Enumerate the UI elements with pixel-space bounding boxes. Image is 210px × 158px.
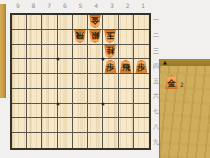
board-square[interactable] bbox=[27, 59, 42, 74]
rank-label: 一 bbox=[152, 13, 160, 28]
board-square[interactable] bbox=[119, 104, 134, 119]
file-label: 6 bbox=[57, 1, 73, 11]
board-square[interactable] bbox=[58, 30, 73, 45]
piece-gote-4一[interactable]: 金 bbox=[89, 15, 101, 28]
board-square[interactable] bbox=[12, 45, 27, 60]
piece-kanji: 桂 bbox=[105, 45, 116, 55]
board-square[interactable] bbox=[12, 133, 27, 148]
piece-kanji: 飛 bbox=[120, 62, 131, 72]
board-square[interactable] bbox=[73, 45, 88, 60]
board-square[interactable] bbox=[88, 89, 103, 104]
board-square[interactable] bbox=[88, 118, 103, 133]
board-square[interactable] bbox=[27, 45, 42, 60]
board-square[interactable] bbox=[58, 118, 73, 133]
board-square[interactable] bbox=[12, 59, 27, 74]
sente-hand-panel: ▲ 金 2 bbox=[159, 59, 210, 158]
board-square[interactable] bbox=[103, 104, 118, 119]
board-square[interactable] bbox=[42, 30, 57, 45]
piece-gote-3二[interactable]: 玉 bbox=[104, 30, 116, 43]
board-square[interactable] bbox=[58, 104, 73, 119]
file-labels: 987654321 bbox=[10, 1, 151, 11]
file-label: 8 bbox=[26, 1, 42, 11]
board-square[interactable] bbox=[12, 15, 27, 30]
board-square[interactable] bbox=[12, 30, 27, 45]
board-square[interactable] bbox=[12, 104, 27, 119]
board-square[interactable] bbox=[103, 89, 118, 104]
board-square[interactable] bbox=[134, 30, 149, 45]
board-square[interactable] bbox=[58, 59, 73, 74]
board-square[interactable] bbox=[103, 118, 118, 133]
board-square[interactable] bbox=[103, 74, 118, 89]
board-square[interactable] bbox=[42, 104, 57, 119]
board-square[interactable] bbox=[134, 45, 149, 60]
piece-gote-5二[interactable]: 飛 bbox=[74, 30, 86, 43]
sente-hand-piece-gold[interactable]: 金 2 bbox=[165, 75, 210, 89]
board-square[interactable] bbox=[73, 59, 88, 74]
board-square[interactable]: 飛 bbox=[119, 59, 134, 74]
board-square[interactable] bbox=[27, 133, 42, 148]
piece-kanji: 飛 bbox=[74, 31, 85, 41]
board-square[interactable] bbox=[134, 133, 149, 148]
board-square[interactable] bbox=[27, 74, 42, 89]
board-square[interactable] bbox=[73, 133, 88, 148]
piece-gote-3三[interactable]: 桂 bbox=[104, 45, 116, 58]
board-square[interactable] bbox=[42, 45, 57, 60]
rank-label: 二 bbox=[152, 28, 160, 43]
hand-piece-gold-count: 2 bbox=[180, 81, 184, 89]
board-square[interactable] bbox=[27, 15, 42, 30]
board-square[interactable]: 飛 bbox=[73, 30, 88, 45]
piece-gote-4二[interactable]: 銀 bbox=[89, 30, 101, 43]
board-square[interactable] bbox=[73, 104, 88, 119]
board-square[interactable] bbox=[27, 89, 42, 104]
piece-sente-2四[interactable]: 飛 bbox=[120, 60, 132, 73]
board-square[interactable] bbox=[119, 133, 134, 148]
board-square[interactable] bbox=[73, 89, 88, 104]
file-label: 4 bbox=[88, 1, 104, 11]
hoshi-dot bbox=[56, 102, 59, 105]
board-square[interactable]: 玉 bbox=[103, 30, 118, 45]
board-square[interactable] bbox=[27, 104, 42, 119]
board-square[interactable] bbox=[119, 118, 134, 133]
gote-hand-panel-edge bbox=[0, 4, 6, 98]
sente-hand-header: ▲ bbox=[160, 59, 210, 66]
board-square[interactable] bbox=[58, 133, 73, 148]
file-label: 2 bbox=[120, 1, 136, 11]
board-square[interactable] bbox=[73, 74, 88, 89]
piece-kanji: 銀 bbox=[90, 31, 101, 41]
rank-label: 三 bbox=[152, 43, 160, 58]
board-square[interactable] bbox=[12, 89, 27, 104]
piece-kanji: 歩 bbox=[136, 62, 147, 72]
board-square[interactable] bbox=[88, 104, 103, 119]
board-square[interactable] bbox=[134, 15, 149, 30]
board-square[interactable] bbox=[119, 15, 134, 30]
board-square[interactable]: 金 bbox=[88, 15, 103, 30]
board-square[interactable] bbox=[42, 74, 57, 89]
board-square[interactable] bbox=[12, 118, 27, 133]
board-square[interactable] bbox=[88, 74, 103, 89]
board-square[interactable]: 桂 bbox=[103, 45, 118, 60]
hoshi-dot bbox=[102, 58, 105, 61]
file-label: 7 bbox=[41, 1, 57, 11]
file-label: 5 bbox=[73, 1, 89, 11]
board-square[interactable] bbox=[119, 45, 134, 60]
piece-kanji: 玉 bbox=[105, 31, 116, 41]
board-square[interactable]: 歩 bbox=[103, 59, 118, 74]
board-square[interactable] bbox=[134, 74, 149, 89]
board-square[interactable] bbox=[27, 30, 42, 45]
board-square[interactable]: 銀 bbox=[88, 30, 103, 45]
board-square[interactable] bbox=[58, 74, 73, 89]
board-square[interactable] bbox=[58, 89, 73, 104]
board-square[interactable] bbox=[58, 45, 73, 60]
board-square[interactable] bbox=[88, 133, 103, 148]
hoshi-dot bbox=[102, 102, 105, 105]
board-square[interactable] bbox=[42, 59, 57, 74]
board-square[interactable] bbox=[134, 104, 149, 119]
board-square[interactable] bbox=[119, 74, 134, 89]
board-square[interactable] bbox=[58, 15, 73, 30]
board-square[interactable] bbox=[42, 89, 57, 104]
piece-sente-3四[interactable]: 歩 bbox=[104, 60, 116, 73]
board-square[interactable] bbox=[73, 118, 88, 133]
board-square[interactable] bbox=[27, 118, 42, 133]
file-label: 1 bbox=[135, 1, 151, 11]
board-square[interactable] bbox=[42, 118, 57, 133]
hoshi-dot bbox=[56, 58, 59, 61]
board-square[interactable] bbox=[42, 133, 57, 148]
board-square[interactable] bbox=[73, 15, 88, 30]
board-square[interactable] bbox=[88, 59, 103, 74]
board-square[interactable]: 歩 bbox=[134, 59, 149, 74]
piece-kanji: 歩 bbox=[105, 62, 116, 72]
board-square[interactable] bbox=[88, 45, 103, 60]
board-square[interactable] bbox=[103, 133, 118, 148]
piece-sente-1四[interactable]: 歩 bbox=[135, 60, 147, 73]
sente-marker-icon: ▲ bbox=[163, 59, 167, 66]
board-square[interactable] bbox=[119, 89, 134, 104]
board-square[interactable] bbox=[12, 74, 27, 89]
hand-piece-gold-kanji: 金 bbox=[166, 78, 178, 88]
file-label: 3 bbox=[104, 1, 120, 11]
board-square[interactable] bbox=[134, 89, 149, 104]
file-label: 9 bbox=[10, 1, 26, 11]
board-square[interactable] bbox=[42, 15, 57, 30]
shogi-board[interactable]: 金飛銀玉桂歩飛歩 bbox=[10, 13, 151, 150]
hand-piece-gold[interactable]: 金 bbox=[165, 75, 178, 89]
board-square[interactable] bbox=[134, 118, 149, 133]
piece-kanji: 金 bbox=[90, 16, 101, 26]
board-square[interactable] bbox=[119, 30, 134, 45]
board-square[interactable] bbox=[103, 15, 118, 30]
